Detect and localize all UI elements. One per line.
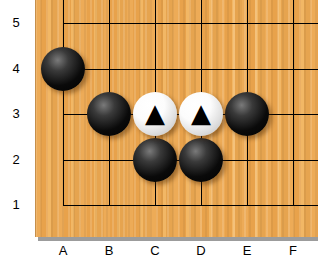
col-label-D: D [190, 243, 212, 259]
col-label-A: A [52, 243, 74, 259]
col-label-C: C [144, 243, 166, 259]
col-label-F: F [282, 243, 304, 259]
triangle-mark-icon: ▲ [191, 100, 211, 126]
col-label-E: E [236, 243, 258, 259]
row-label-2: 2 [4, 151, 28, 169]
white-stone-C3: ▲ [133, 92, 177, 136]
grid-line-vertical-A [63, 0, 64, 206]
row-label-5: 5 [4, 14, 28, 32]
black-stone-E3 [225, 92, 269, 136]
grid-line-horizontal-5 [63, 23, 318, 24]
white-stone-D3: ▲ [179, 92, 223, 136]
board-shadow [38, 237, 318, 241]
grid-line-horizontal-4 [63, 69, 318, 70]
black-stone-B3 [87, 92, 131, 136]
black-stone-C2 [133, 138, 177, 182]
row-label-1: 1 [4, 196, 28, 214]
col-label-B: B [98, 243, 120, 259]
go-diagram: ▲▲ 54321ABCDEF [0, 0, 318, 275]
board-left-edge [35, 0, 36, 237]
black-stone-D2 [179, 138, 223, 182]
black-stone-A4 [41, 47, 85, 91]
grid-line-vertical-F [293, 0, 294, 206]
go-board[interactable]: ▲▲ [35, 0, 318, 237]
row-label-3: 3 [4, 105, 28, 123]
row-label-4: 4 [4, 60, 28, 78]
grid-line-horizontal-1 [63, 205, 318, 206]
triangle-mark-icon: ▲ [145, 100, 165, 126]
